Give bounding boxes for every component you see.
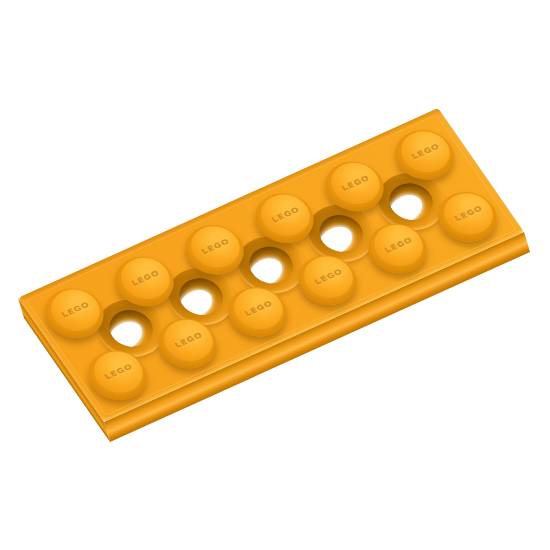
lego-logo-emboss: LEGO (313, 268, 344, 286)
stud-top: LEGO (435, 186, 502, 241)
lego-logo-emboss: LEGO (410, 143, 441, 161)
lego-logo-emboss: LEGO (200, 238, 231, 256)
lego-logo-emboss: LEGO (60, 301, 91, 319)
hole-bore (171, 272, 230, 321)
lego-logo-emboss: LEGO (270, 206, 301, 224)
lego-logo-emboss: LEGO (130, 269, 161, 287)
stud-top: LEGO (392, 124, 459, 179)
hole-bore (101, 304, 160, 353)
lego-logo-emboss: LEGO (383, 236, 414, 254)
stud-top: LEGO (182, 219, 249, 274)
photo-background: LEGOLEGOLEGOLEGOLEGOLEGOLEGOLEGOLEGOLEGO… (0, 0, 550, 550)
hole-bore (241, 240, 300, 289)
lego-technic-plate: LEGOLEGOLEGOLEGOLEGOLEGOLEGOLEGOLEGOLEGO… (0, 0, 550, 550)
stud-top: LEGO (322, 156, 389, 211)
lego-logo-emboss: LEGO (453, 205, 484, 223)
stud-top: LEGO (252, 187, 319, 242)
plate-top-face: LEGOLEGOLEGOLEGOLEGOLEGOLEGOLEGOLEGOLEGO… (18, 108, 524, 422)
lego-logo-emboss: LEGO (340, 174, 371, 192)
stud-top: LEGO (112, 251, 179, 306)
stud-top: LEGO (42, 282, 109, 337)
hole-bore (381, 177, 440, 226)
hole-bore (311, 209, 370, 258)
lego-logo-emboss: LEGO (173, 331, 204, 349)
lego-logo-emboss: LEGO (243, 300, 274, 318)
lego-logo-emboss: LEGO (103, 363, 134, 381)
